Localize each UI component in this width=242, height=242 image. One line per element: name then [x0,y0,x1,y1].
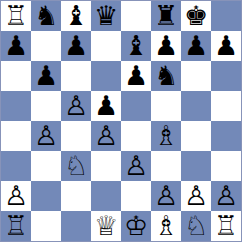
square-c2[interactable] [61,181,91,211]
square-b2[interactable] [31,181,61,211]
square-f2[interactable]: ♙ [151,181,181,211]
black-knight[interactable]: ♞ [34,1,58,31]
square-a6[interactable] [1,61,31,91]
square-e5[interactable] [121,91,151,121]
square-g1[interactable]: ♘ [181,211,211,241]
square-f6[interactable]: ♞ [151,61,181,91]
white-pawn[interactable]: ♙ [64,91,88,121]
square-e6[interactable]: ♟ [121,61,151,91]
square-d2[interactable] [91,181,121,211]
white-rook[interactable]: ♖ [214,211,238,241]
white-pawn[interactable]: ♙ [154,181,178,211]
square-b4[interactable]: ♙ [31,121,61,151]
square-h4[interactable] [211,121,241,151]
square-b3[interactable] [31,151,61,181]
white-knight[interactable]: ♘ [184,211,208,241]
square-e4[interactable] [121,121,151,151]
square-c8[interactable]: ♝ [61,1,91,31]
black-bishop[interactable]: ♝ [124,31,148,61]
chess-board: ♖♞♝♛♜♚♟♟♝♟♟♟♟♟♞♙♟♙♙♗♘♙♙♙♙♙♖♕♔♗♘♖ [0,0,242,242]
black-pawn[interactable]: ♟ [34,61,58,91]
square-g6[interactable] [181,61,211,91]
black-bishop[interactable]: ♝ [64,1,88,31]
black-king[interactable]: ♚ [184,1,208,31]
square-d3[interactable] [91,151,121,181]
black-pawn[interactable]: ♟ [94,91,118,121]
white-bishop[interactable]: ♗ [154,211,178,241]
black-queen[interactable]: ♛ [94,1,118,31]
square-c6[interactable] [61,61,91,91]
square-c1[interactable] [61,211,91,241]
square-g3[interactable] [181,151,211,181]
square-c7[interactable]: ♟ [61,31,91,61]
white-pawn[interactable]: ♙ [34,121,58,151]
square-a8[interactable]: ♖ [1,1,31,31]
square-h5[interactable] [211,91,241,121]
square-e1[interactable]: ♔ [121,211,151,241]
square-h1[interactable]: ♖ [211,211,241,241]
white-pawn[interactable]: ♙ [94,121,118,151]
square-d5[interactable]: ♟ [91,91,121,121]
square-f4[interactable]: ♗ [151,121,181,151]
white-king[interactable]: ♔ [124,211,148,241]
square-f5[interactable] [151,91,181,121]
square-d7[interactable] [91,31,121,61]
square-a7[interactable]: ♟ [1,31,31,61]
black-pawn[interactable]: ♟ [214,31,238,61]
black-pawn[interactable]: ♟ [154,31,178,61]
square-b6[interactable]: ♟ [31,61,61,91]
square-d8[interactable]: ♛ [91,1,121,31]
square-d4[interactable]: ♙ [91,121,121,151]
square-g5[interactable] [181,91,211,121]
black-knight[interactable]: ♞ [154,61,178,91]
square-e8[interactable] [121,1,151,31]
square-g8[interactable]: ♚ [181,1,211,31]
square-f3[interactable] [151,151,181,181]
black-pawn[interactable]: ♟ [4,31,28,61]
square-f8[interactable]: ♜ [151,1,181,31]
white-bishop[interactable]: ♗ [154,121,178,151]
square-a3[interactable] [1,151,31,181]
square-h6[interactable] [211,61,241,91]
square-e7[interactable]: ♝ [121,31,151,61]
square-h3[interactable] [211,151,241,181]
square-e2[interactable] [121,181,151,211]
square-b8[interactable]: ♞ [31,1,61,31]
square-b1[interactable] [31,211,61,241]
square-a2[interactable]: ♙ [1,181,31,211]
square-h8[interactable] [211,1,241,31]
square-d6[interactable] [91,61,121,91]
square-b7[interactable] [31,31,61,61]
square-h7[interactable]: ♟ [211,31,241,61]
square-b5[interactable] [31,91,61,121]
white-rook[interactable]: ♖ [4,211,28,241]
square-h2[interactable]: ♙ [211,181,241,211]
square-c4[interactable] [61,121,91,151]
white-queen[interactable]: ♕ [94,211,118,241]
square-g4[interactable] [181,121,211,151]
square-c3[interactable]: ♘ [61,151,91,181]
black-pawn[interactable]: ♟ [124,61,148,91]
square-g2[interactable]: ♙ [181,181,211,211]
square-d1[interactable]: ♕ [91,211,121,241]
white-pawn[interactable]: ♙ [4,181,28,211]
square-e3[interactable]: ♙ [121,151,151,181]
white-pawn[interactable]: ♙ [124,151,148,181]
square-f1[interactable]: ♗ [151,211,181,241]
square-a4[interactable] [1,121,31,151]
white-pawn[interactable]: ♙ [214,181,238,211]
white-pawn[interactable]: ♙ [184,181,208,211]
black-pawn[interactable]: ♟ [64,31,88,61]
square-f7[interactable]: ♟ [151,31,181,61]
white-knight[interactable]: ♘ [64,151,88,181]
black-rook[interactable]: ♜ [154,1,178,31]
square-g7[interactable]: ♟ [181,31,211,61]
white-rook[interactable]: ♖ [4,1,28,31]
square-a5[interactable] [1,91,31,121]
black-pawn[interactable]: ♟ [184,31,208,61]
square-a1[interactable]: ♖ [1,211,31,241]
square-c5[interactable]: ♙ [61,91,91,121]
